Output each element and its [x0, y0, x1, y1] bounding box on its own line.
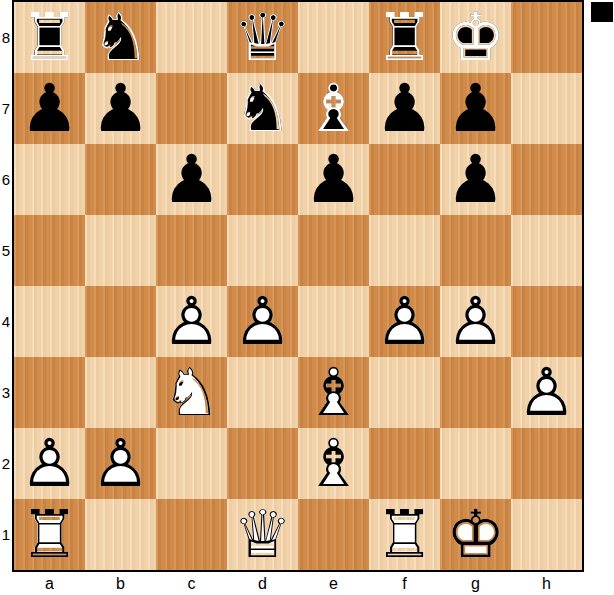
square-e2[interactable]: ♝♗ [298, 428, 369, 499]
square-h2[interactable] [511, 428, 582, 499]
white-pawn-piece[interactable]: ♟♙ [440, 286, 511, 357]
piece-fill-glyph: ♞ [85, 2, 156, 73]
piece-fill-glyph: ♝ [298, 73, 369, 144]
square-d7[interactable]: ♞♘ [227, 73, 298, 144]
piece-fill-glyph: ♜ [369, 2, 440, 73]
white-queen-piece[interactable]: ♛♕ [227, 499, 298, 570]
piece-outline-glyph: ♙ [14, 428, 85, 499]
square-d5[interactable] [227, 215, 298, 286]
square-f7[interactable]: ♟ [369, 73, 440, 144]
square-d1[interactable]: ♛♕ [227, 499, 298, 570]
white-pawn-piece[interactable]: ♟♙ [85, 428, 156, 499]
white-bishop-piece[interactable]: ♝♗ [298, 357, 369, 428]
white-knight-piece[interactable]: ♞♘ [156, 357, 227, 428]
piece-outline-glyph: ♘ [227, 73, 298, 144]
square-g6[interactable]: ♟ [440, 144, 511, 215]
piece-fill-glyph: ♟ [369, 286, 440, 357]
square-c8[interactable] [156, 2, 227, 73]
square-g4[interactable]: ♟♙ [440, 286, 511, 357]
piece-fill-glyph: ♟ [85, 428, 156, 499]
white-bishop-piece[interactable]: ♝♗ [298, 428, 369, 499]
piece-outline-glyph: ♙ [440, 286, 511, 357]
black-to-move-indicator [591, 2, 613, 22]
piece-outline-glyph: ♗ [298, 73, 369, 144]
square-h5[interactable] [511, 215, 582, 286]
rank-label: 3 [0, 357, 12, 428]
black-rook-piece[interactable]: ♜♖ [369, 2, 440, 73]
square-d6[interactable] [227, 144, 298, 215]
white-rook-piece[interactable]: ♜♖ [14, 499, 85, 570]
square-e6[interactable]: ♟ [298, 144, 369, 215]
piece-outline-glyph: ♕ [227, 2, 298, 73]
piece-outline-glyph: ♔ [440, 2, 511, 73]
rank-label: 8 [0, 2, 12, 73]
file-label: a [14, 572, 85, 595]
white-pawn-piece[interactable]: ♟♙ [369, 286, 440, 357]
piece-fill-glyph: ♜ [14, 2, 85, 73]
square-d4[interactable]: ♟♙ [227, 286, 298, 357]
white-king-piece[interactable]: ♚♔ [440, 499, 511, 570]
piece-outline-glyph: ♘ [85, 2, 156, 73]
square-b7[interactable]: ♟ [85, 73, 156, 144]
square-c5[interactable] [156, 215, 227, 286]
square-d2[interactable] [227, 428, 298, 499]
black-rook-piece[interactable]: ♜♖ [14, 2, 85, 73]
square-a6[interactable] [14, 144, 85, 215]
chess-board: ♜♖♞♘♛♕♜♖♚♔♟♟♞♘♝♗♟♟♟♟♟♟♙♟♙♟♙♟♙♞♘♝♗♟♙♟♙♟♙♝… [12, 0, 584, 572]
square-e3[interactable]: ♝♗ [298, 357, 369, 428]
white-rook-piece[interactable]: ♜♖ [369, 499, 440, 570]
file-label: h [511, 572, 582, 595]
square-a8[interactable]: ♜♖ [14, 2, 85, 73]
piece-outline-glyph: ♖ [14, 499, 85, 570]
piece-fill-glyph: ♟ [440, 73, 511, 144]
square-e7[interactable]: ♝♗ [298, 73, 369, 144]
file-label: d [227, 572, 298, 595]
piece-outline-glyph: ♖ [369, 499, 440, 570]
file-label: g [440, 572, 511, 595]
square-d8[interactable]: ♛♕ [227, 2, 298, 73]
square-g5[interactable] [440, 215, 511, 286]
piece-fill-glyph: ♛ [227, 499, 298, 570]
square-e8[interactable] [298, 2, 369, 73]
piece-fill-glyph: ♟ [156, 286, 227, 357]
square-a1[interactable]: ♜♖ [14, 499, 85, 570]
square-h3[interactable]: ♟♙ [511, 357, 582, 428]
rank-labels: 87654321 [0, 2, 12, 570]
piece-outline-glyph: ♙ [227, 286, 298, 357]
piece-fill-glyph: ♟ [298, 144, 369, 215]
square-b3[interactable] [85, 357, 156, 428]
square-f4[interactable]: ♟♙ [369, 286, 440, 357]
black-bishop-piece[interactable]: ♝♗ [298, 73, 369, 144]
square-a7[interactable]: ♟ [14, 73, 85, 144]
piece-fill-glyph: ♞ [227, 73, 298, 144]
square-c6[interactable]: ♟ [156, 144, 227, 215]
square-a3[interactable] [14, 357, 85, 428]
square-e4[interactable] [298, 286, 369, 357]
square-f2[interactable] [369, 428, 440, 499]
square-c2[interactable] [156, 428, 227, 499]
chess-diagram: 87654321 ♜♖♞♘♛♕♜♖♚♔♟♟♞♘♝♗♟♟♟♟♟♟♙♟♙♟♙♟♙♞♘… [0, 0, 614, 595]
square-h4[interactable] [511, 286, 582, 357]
piece-fill-glyph: ♟ [440, 144, 511, 215]
piece-fill-glyph: ♟ [156, 144, 227, 215]
piece-outline-glyph: ♔ [440, 499, 511, 570]
square-a4[interactable] [14, 286, 85, 357]
square-b2[interactable]: ♟♙ [85, 428, 156, 499]
piece-outline-glyph: ♙ [85, 428, 156, 499]
piece-fill-glyph: ♚ [440, 499, 511, 570]
square-g1[interactable]: ♚♔ [440, 499, 511, 570]
piece-fill-glyph: ♟ [440, 286, 511, 357]
square-e1[interactable] [298, 499, 369, 570]
black-pawn-piece[interactable]: ♟ [369, 73, 440, 144]
black-pawn-piece[interactable]: ♟ [85, 73, 156, 144]
piece-outline-glyph: ♖ [369, 2, 440, 73]
square-f1[interactable]: ♜♖ [369, 499, 440, 570]
piece-fill-glyph: ♚ [440, 2, 511, 73]
rank-label: 4 [0, 286, 12, 357]
square-g7[interactable]: ♟ [440, 73, 511, 144]
piece-fill-glyph: ♝ [298, 428, 369, 499]
square-b4[interactable] [85, 286, 156, 357]
black-queen-piece[interactable]: ♛♕ [227, 2, 298, 73]
square-b8[interactable]: ♞♘ [85, 2, 156, 73]
square-h6[interactable] [511, 144, 582, 215]
square-c1[interactable] [156, 499, 227, 570]
piece-fill-glyph: ♟ [85, 73, 156, 144]
square-d3[interactable] [227, 357, 298, 428]
piece-outline-glyph: ♖ [14, 2, 85, 73]
rank-label: 7 [0, 73, 12, 144]
square-a2[interactable]: ♟♙ [14, 428, 85, 499]
piece-fill-glyph: ♝ [298, 357, 369, 428]
piece-outline-glyph: ♕ [227, 499, 298, 570]
piece-outline-glyph: ♙ [369, 286, 440, 357]
file-label: e [298, 572, 369, 595]
square-h8[interactable] [511, 2, 582, 73]
piece-fill-glyph: ♟ [227, 286, 298, 357]
file-label: b [85, 572, 156, 595]
square-c4[interactable]: ♟♙ [156, 286, 227, 357]
piece-outline-glyph: ♗ [298, 357, 369, 428]
piece-fill-glyph: ♟ [14, 73, 85, 144]
square-e5[interactable] [298, 215, 369, 286]
square-b6[interactable] [85, 144, 156, 215]
square-f6[interactable] [369, 144, 440, 215]
piece-outline-glyph: ♗ [298, 428, 369, 499]
black-pawn-piece[interactable]: ♟ [298, 144, 369, 215]
square-f5[interactable] [369, 215, 440, 286]
rank-label: 1 [0, 499, 12, 570]
file-labels: abcdefgh [14, 572, 582, 595]
piece-fill-glyph: ♛ [227, 2, 298, 73]
black-king-piece[interactable]: ♚♔ [440, 2, 511, 73]
square-h7[interactable] [511, 73, 582, 144]
rank-label: 2 [0, 428, 12, 499]
file-label: f [369, 572, 440, 595]
white-pawn-piece[interactable]: ♟♙ [14, 428, 85, 499]
black-knight-piece[interactable]: ♞♘ [227, 73, 298, 144]
piece-fill-glyph: ♟ [511, 357, 582, 428]
file-label: c [156, 572, 227, 595]
piece-fill-glyph: ♜ [369, 499, 440, 570]
white-pawn-piece[interactable]: ♟♙ [156, 286, 227, 357]
square-b5[interactable] [85, 215, 156, 286]
black-pawn-piece[interactable]: ♟ [440, 144, 511, 215]
square-h1[interactable] [511, 499, 582, 570]
square-g3[interactable] [440, 357, 511, 428]
piece-outline-glyph: ♘ [156, 357, 227, 428]
square-c7[interactable] [156, 73, 227, 144]
white-pawn-piece[interactable]: ♟♙ [511, 357, 582, 428]
piece-fill-glyph: ♟ [369, 73, 440, 144]
black-knight-piece[interactable]: ♞♘ [85, 2, 156, 73]
square-g2[interactable] [440, 428, 511, 499]
piece-fill-glyph: ♞ [156, 357, 227, 428]
black-pawn-piece[interactable]: ♟ [440, 73, 511, 144]
rank-label: 5 [0, 215, 12, 286]
piece-outline-glyph: ♙ [511, 357, 582, 428]
piece-outline-glyph: ♙ [156, 286, 227, 357]
square-f8[interactable]: ♜♖ [369, 2, 440, 73]
piece-fill-glyph: ♜ [14, 499, 85, 570]
piece-fill-glyph: ♟ [14, 428, 85, 499]
black-pawn-piece[interactable]: ♟ [156, 144, 227, 215]
rank-label: 6 [0, 144, 12, 215]
square-f3[interactable] [369, 357, 440, 428]
square-a5[interactable] [14, 215, 85, 286]
square-b1[interactable] [85, 499, 156, 570]
square-g8[interactable]: ♚♔ [440, 2, 511, 73]
white-pawn-piece[interactable]: ♟♙ [227, 286, 298, 357]
black-pawn-piece[interactable]: ♟ [14, 73, 85, 144]
square-c3[interactable]: ♞♘ [156, 357, 227, 428]
